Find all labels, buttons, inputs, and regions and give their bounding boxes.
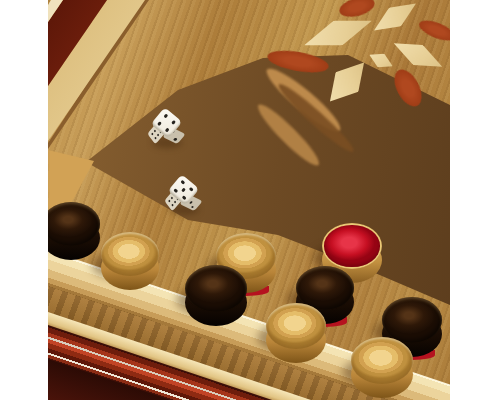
checker-top xyxy=(266,303,326,349)
die-pip xyxy=(182,195,187,200)
checker-light xyxy=(101,232,159,294)
die-pip xyxy=(168,200,171,203)
checker-top xyxy=(101,232,159,276)
red-felt-pad xyxy=(324,225,379,266)
die-pip xyxy=(171,120,176,125)
die-pip xyxy=(180,180,185,185)
star-petal-icon xyxy=(368,0,422,40)
die-pip xyxy=(181,188,186,193)
checker-light xyxy=(351,337,413,400)
die xyxy=(166,178,202,218)
die-pip xyxy=(189,187,194,192)
checker-top xyxy=(322,223,382,269)
checker-dark xyxy=(48,202,100,264)
star-leaf-icon xyxy=(337,0,376,20)
checker-dark xyxy=(185,265,247,330)
die-pip xyxy=(151,133,154,136)
checker-top xyxy=(351,337,413,384)
die-pip xyxy=(174,138,178,141)
die xyxy=(149,111,185,151)
die-pip xyxy=(163,114,168,119)
die-pip xyxy=(157,121,162,126)
die-pip xyxy=(154,137,157,140)
checker-top xyxy=(185,265,247,312)
die-pip xyxy=(165,128,170,133)
checker-light xyxy=(266,303,326,367)
star-leaf-icon xyxy=(417,16,450,44)
die-pip xyxy=(189,201,193,204)
die-pip xyxy=(157,134,160,137)
die-pip xyxy=(154,129,157,132)
die-pip xyxy=(174,201,177,204)
backgammon-board xyxy=(48,0,450,400)
product-photo xyxy=(0,0,500,400)
die-pip xyxy=(171,204,174,207)
die-pip xyxy=(191,205,195,208)
die-pip xyxy=(171,196,174,199)
star-petal-icon xyxy=(300,8,377,57)
die-pip xyxy=(173,188,178,193)
